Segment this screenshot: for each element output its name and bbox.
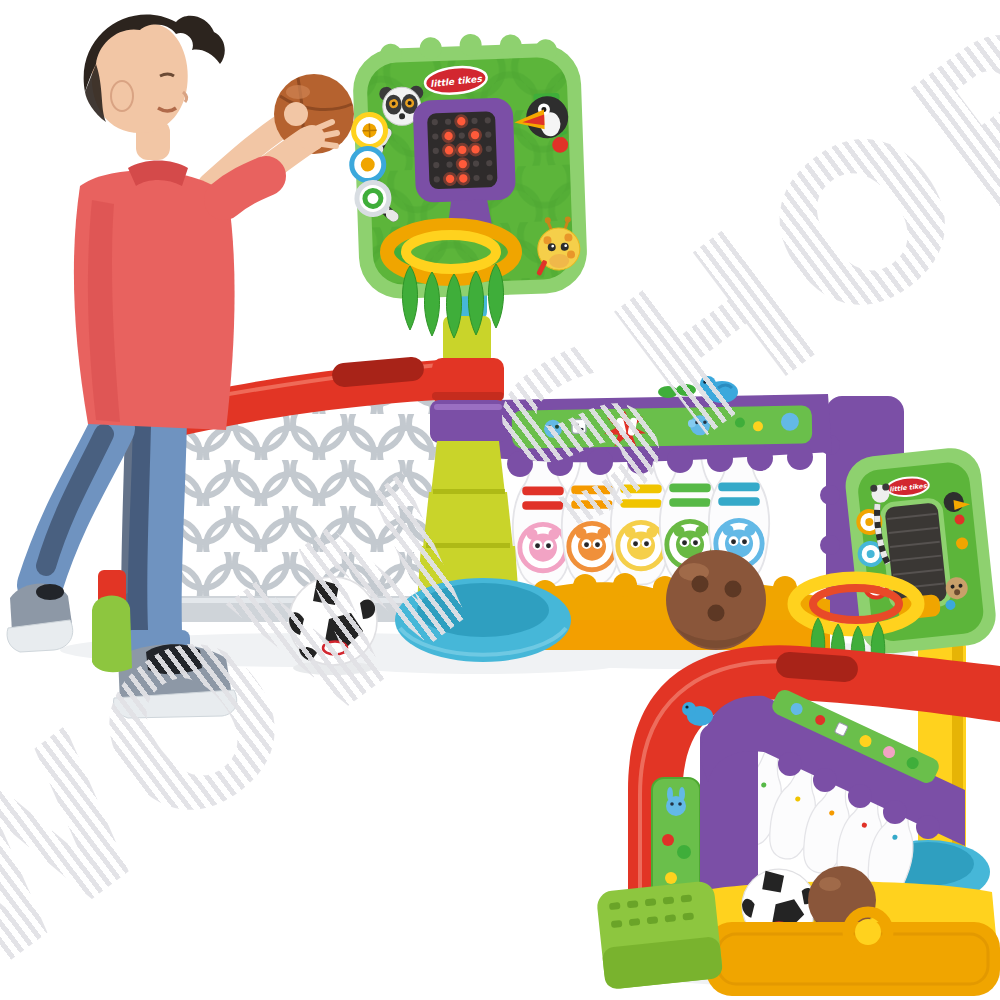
boy-back-shoe [7, 583, 73, 652]
boy-head [84, 14, 225, 160]
lemur-face-icon [520, 524, 566, 570]
ball-logo [323, 642, 347, 655]
dice-icon [572, 419, 586, 433]
scene: little tikes [0, 0, 1000, 1000]
bowling-sticker [512, 405, 813, 448]
ball-return-tray [395, 578, 571, 662]
green-base-piece-2 [596, 880, 724, 990]
sound-buttons [350, 114, 389, 215]
giraffe-face-icon [618, 522, 664, 568]
ball-button [351, 148, 384, 181]
ring-button [356, 182, 389, 215]
basketball-button [353, 114, 386, 147]
bowling-ball [666, 550, 766, 650]
goal-base-piece [92, 570, 132, 672]
product-photo: little tikes [0, 0, 1000, 1000]
base-front-rail-2 [706, 912, 1000, 996]
sports-zone-toy-main-view: little tikes [7, 14, 904, 718]
boy-front-shoe [114, 644, 237, 718]
leaf-decoration [658, 386, 678, 398]
fox-face-icon [569, 523, 615, 569]
boy-far-hand [284, 102, 308, 126]
led-scoreboard [413, 97, 516, 202]
